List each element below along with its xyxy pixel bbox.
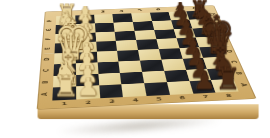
file-label-right: G: [205, 20, 226, 26]
square[interactable]: [114, 22, 135, 32]
file-label-right: F: [209, 29, 231, 36]
file-label-right: D: [217, 48, 240, 55]
square[interactable]: ♟: [76, 86, 100, 100]
square[interactable]: [122, 83, 147, 97]
square[interactable]: [167, 81, 193, 95]
square[interactable]: [96, 41, 118, 52]
chess-set-photo: 12345678H♜♟♟♜HG♞♟♟♞GF♝♟♟♝FE♚♟♟♚ED♛♟♟♛DC♝…: [0, 0, 270, 138]
square[interactable]: [98, 73, 122, 86]
piece-bP[interactable]: ♟: [189, 60, 211, 80]
square[interactable]: ♟: [186, 69, 212, 82]
square[interactable]: [99, 84, 123, 98]
rank-label-front: 3: [100, 97, 125, 107]
rank-label-front: 5: [147, 95, 172, 104]
square[interactable]: [144, 82, 170, 96]
file-label-right: B: [226, 69, 251, 77]
rank-label-front: 2: [76, 98, 100, 108]
frame-corner: [37, 101, 53, 110]
square[interactable]: [161, 59, 185, 71]
frame-corner: [44, 11, 56, 17]
square[interactable]: [136, 39, 158, 50]
square[interactable]: [120, 72, 144, 85]
file-label-right: H: [202, 11, 223, 17]
rank-label-front: 8: [216, 91, 242, 100]
rank-label-front: 6: [170, 94, 196, 103]
square[interactable]: ♟: [76, 74, 99, 87]
square[interactable]: ♜: [52, 87, 76, 101]
rank-label-front: 7: [193, 93, 219, 102]
square[interactable]: ♟: [176, 38, 199, 49]
frame-corner: [239, 91, 257, 100]
square[interactable]: ♜: [211, 79, 238, 92]
chess-board: 12345678H♜♟♟♜HG♞♟♟♞GF♝♟♟♝FE♚♟♟♚ED♛♟♟♛DC♝…: [37, 5, 257, 110]
file-label-right: C: [221, 58, 245, 66]
file-label-right: E: [213, 38, 236, 45]
